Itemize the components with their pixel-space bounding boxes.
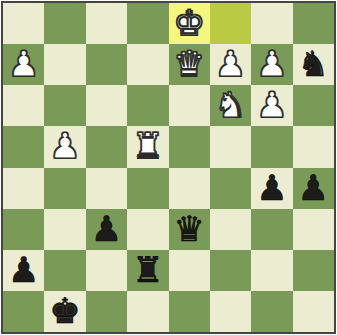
black-rook-piece[interactable]: ♜ <box>132 250 163 291</box>
square-f5[interactable] <box>210 126 251 167</box>
square-a1[interactable] <box>3 291 44 332</box>
square-g4[interactable]: ♟ <box>251 168 292 209</box>
square-b6[interactable] <box>44 85 85 126</box>
square-f4[interactable] <box>210 168 251 209</box>
square-d4[interactable] <box>127 168 168 209</box>
black-knight-piece[interactable]: ♞ <box>298 44 329 85</box>
white-pawn-piece[interactable]: ♟ <box>256 85 287 126</box>
square-h8[interactable] <box>293 3 334 44</box>
white-king-piece[interactable]: ♚ <box>173 3 204 44</box>
black-king-piece[interactable]: ♚ <box>49 291 80 332</box>
square-h3[interactable] <box>293 209 334 250</box>
square-c7[interactable] <box>86 44 127 85</box>
square-a5[interactable] <box>3 126 44 167</box>
square-g1[interactable] <box>251 291 292 332</box>
square-b3[interactable] <box>44 209 85 250</box>
square-e1[interactable] <box>169 291 210 332</box>
square-b4[interactable] <box>44 168 85 209</box>
square-a2[interactable]: ♟ <box>3 250 44 291</box>
square-c3[interactable]: ♟ <box>86 209 127 250</box>
square-c8[interactable] <box>86 3 127 44</box>
square-h4[interactable]: ♟ <box>293 168 334 209</box>
square-d7[interactable] <box>127 44 168 85</box>
square-a7[interactable]: ♟ <box>3 44 44 85</box>
white-rook-piece[interactable]: ♜ <box>132 126 163 167</box>
square-h7[interactable]: ♞ <box>293 44 334 85</box>
chess-board: ♚♟♛♟♟♞♞♟♟♜♟♟♟♛♟♜♚ <box>1 1 336 334</box>
square-c5[interactable] <box>86 126 127 167</box>
square-d5[interactable]: ♜ <box>127 126 168 167</box>
black-pawn-piece[interactable]: ♟ <box>298 168 329 209</box>
square-f3[interactable] <box>210 209 251 250</box>
square-b5[interactable]: ♟ <box>44 126 85 167</box>
square-e3[interactable]: ♛ <box>169 209 210 250</box>
square-a8[interactable] <box>3 3 44 44</box>
square-f7[interactable]: ♟ <box>210 44 251 85</box>
square-f2[interactable] <box>210 250 251 291</box>
white-pawn-piece[interactable]: ♟ <box>256 44 287 85</box>
square-e4[interactable] <box>169 168 210 209</box>
black-pawn-piece[interactable]: ♟ <box>91 209 122 250</box>
square-b8[interactable] <box>44 3 85 44</box>
white-queen-piece[interactable]: ♛ <box>173 44 204 85</box>
square-c4[interactable] <box>86 168 127 209</box>
square-b2[interactable] <box>44 250 85 291</box>
square-f8-lastmove-highlight[interactable] <box>210 3 251 44</box>
square-e5[interactable] <box>169 126 210 167</box>
square-h2[interactable] <box>293 250 334 291</box>
square-b1[interactable]: ♚ <box>44 291 85 332</box>
square-a6[interactable] <box>3 85 44 126</box>
white-pawn-piece[interactable]: ♟ <box>49 126 80 167</box>
square-h1[interactable] <box>293 291 334 332</box>
white-pawn-piece[interactable]: ♟ <box>8 44 39 85</box>
square-e6[interactable] <box>169 85 210 126</box>
square-a3[interactable] <box>3 209 44 250</box>
square-g5[interactable] <box>251 126 292 167</box>
square-c1[interactable] <box>86 291 127 332</box>
square-g3[interactable] <box>251 209 292 250</box>
black-pawn-piece[interactable]: ♟ <box>8 250 39 291</box>
square-h5[interactable] <box>293 126 334 167</box>
chess-app-stage: ♚♟♛♟♟♞♞♟♟♜♟♟♟♛♟♜♚ <box>0 0 337 335</box>
square-b7[interactable] <box>44 44 85 85</box>
square-e7[interactable]: ♛ <box>169 44 210 85</box>
square-d1[interactable] <box>127 291 168 332</box>
square-h6[interactable] <box>293 85 334 126</box>
square-g6[interactable]: ♟ <box>251 85 292 126</box>
square-f6[interactable]: ♞ <box>210 85 251 126</box>
square-d6[interactable] <box>127 85 168 126</box>
black-pawn-piece[interactable]: ♟ <box>256 168 287 209</box>
square-e8-lastmove-highlight[interactable]: ♚ <box>169 3 210 44</box>
square-d2[interactable]: ♜ <box>127 250 168 291</box>
square-d8[interactable] <box>127 3 168 44</box>
white-pawn-piece[interactable]: ♟ <box>215 44 246 85</box>
square-c2[interactable] <box>86 250 127 291</box>
square-e2[interactable] <box>169 250 210 291</box>
black-queen-piece[interactable]: ♛ <box>173 209 204 250</box>
square-g7[interactable]: ♟ <box>251 44 292 85</box>
square-g2[interactable] <box>251 250 292 291</box>
square-d3[interactable] <box>127 209 168 250</box>
square-c6[interactable] <box>86 85 127 126</box>
square-f1[interactable] <box>210 291 251 332</box>
square-g8[interactable] <box>251 3 292 44</box>
square-a4[interactable] <box>3 168 44 209</box>
white-knight-piece[interactable]: ♞ <box>215 85 246 126</box>
